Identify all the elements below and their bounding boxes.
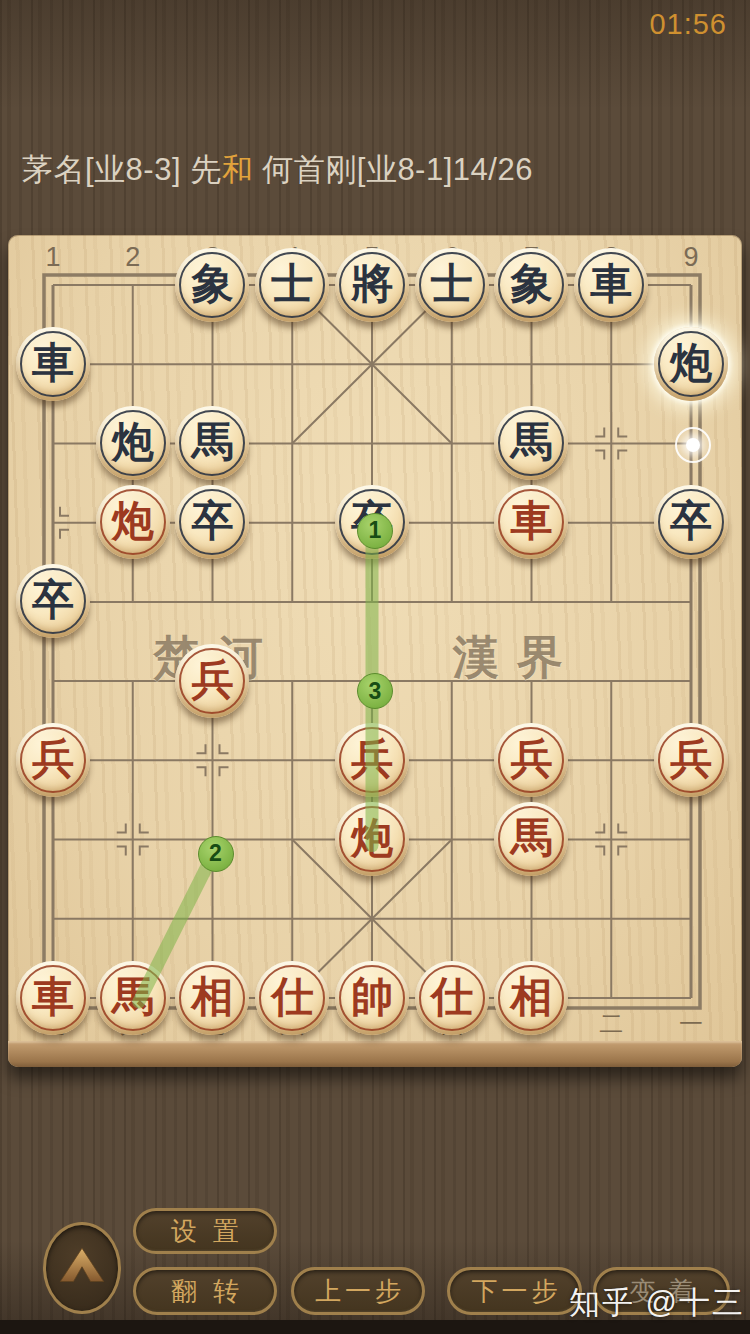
piece-glyph: 車 xyxy=(590,256,632,312)
timer: 01:56 xyxy=(649,8,727,41)
piece-red-兵[interactable]: 兵 xyxy=(16,723,90,797)
piece-glyph: 炮 xyxy=(112,493,154,549)
piece-red-兵[interactable]: 兵 xyxy=(335,723,409,797)
piece-red-車[interactable]: 車 xyxy=(494,485,568,559)
piece-glyph: 馬 xyxy=(191,414,233,470)
piece-red-仕[interactable]: 仕 xyxy=(255,961,329,1035)
piece-glyph: 卒 xyxy=(670,493,712,549)
piece-glyph: 炮 xyxy=(670,335,712,391)
piece-glyph: 兵 xyxy=(191,652,233,708)
piece-glyph: 馬 xyxy=(510,414,552,470)
piece-glyph: 士 xyxy=(271,256,313,312)
piece-black-馬[interactable]: 馬 xyxy=(494,406,568,480)
piece-black-車[interactable]: 車 xyxy=(16,327,90,401)
piece-black-將[interactable]: 將 xyxy=(335,248,409,322)
move-number-badge: 2 xyxy=(198,836,234,872)
piece-glyph: 象 xyxy=(510,256,552,312)
piece-black-卒[interactable]: 卒 xyxy=(654,485,728,559)
piece-black-士[interactable]: 士 xyxy=(255,248,329,322)
chevron-up-icon xyxy=(51,1235,113,1301)
watermark: 知乎 @十三 xyxy=(569,1282,745,1324)
piece-red-馬[interactable]: 馬 xyxy=(96,961,170,1035)
piece-glyph: 仕 xyxy=(431,969,473,1025)
collapse-panel-button[interactable] xyxy=(43,1222,121,1314)
piece-red-炮[interactable]: 炮 xyxy=(335,802,409,876)
piece-glyph: 士 xyxy=(431,256,473,312)
piece-red-兵[interactable]: 兵 xyxy=(175,644,249,718)
piece-glyph: 炮 xyxy=(351,810,393,866)
next-move-button[interactable]: 下一步 xyxy=(447,1267,582,1315)
piece-red-車[interactable]: 車 xyxy=(16,961,90,1035)
piece-red-兵[interactable]: 兵 xyxy=(654,723,728,797)
previous-move-button[interactable]: 上一步 xyxy=(291,1267,425,1315)
piece-black-卒[interactable]: 卒 xyxy=(16,564,90,638)
piece-glyph: 車 xyxy=(32,969,74,1025)
match-info-left: 茅名[业8-3] 先 xyxy=(22,152,222,187)
piece-black-卒[interactable]: 卒 xyxy=(175,485,249,559)
piece-black-炮[interactable]: 炮 xyxy=(96,406,170,480)
piece-glyph: 馬 xyxy=(112,969,154,1025)
match-result: 和 xyxy=(222,152,254,187)
piece-black-馬[interactable]: 馬 xyxy=(175,406,249,480)
piece-glyph: 兵 xyxy=(351,731,393,787)
piece-red-相[interactable]: 相 xyxy=(175,961,249,1035)
piece-black-車[interactable]: 車 xyxy=(574,248,648,322)
settings-button[interactable]: 设置 xyxy=(133,1208,277,1254)
move-number-badge: 3 xyxy=(357,673,393,709)
xiangqi-app-screen: 01:56 茅名[业8-3] 先和 何首刚[业8-1]14/26 1234567… xyxy=(0,0,750,1334)
piece-glyph: 兵 xyxy=(32,731,74,787)
piece-glyph: 象 xyxy=(191,256,233,312)
piece-black-象[interactable]: 象 xyxy=(175,248,249,322)
match-info: 茅名[业8-3] 先和 何首刚[业8-1]14/26 xyxy=(22,150,533,190)
piece-glyph: 將 xyxy=(351,256,393,312)
move-counter: 14/26 xyxy=(453,152,533,187)
piece-glyph: 馬 xyxy=(510,810,552,866)
piece-glyph: 相 xyxy=(510,969,552,1025)
piece-red-炮[interactable]: 炮 xyxy=(96,485,170,559)
piece-glyph: 仕 xyxy=(271,969,313,1025)
piece-black-士[interactable]: 士 xyxy=(415,248,489,322)
piece-red-馬[interactable]: 馬 xyxy=(494,802,568,876)
move-number-badge: 1 xyxy=(357,513,393,549)
piece-glyph: 車 xyxy=(32,335,74,391)
piece-black-象[interactable]: 象 xyxy=(494,248,568,322)
flip-board-button[interactable]: 翻转 xyxy=(133,1267,277,1315)
piece-glyph: 炮 xyxy=(112,414,154,470)
piece-red-兵[interactable]: 兵 xyxy=(494,723,568,797)
piece-glyph: 卒 xyxy=(191,493,233,549)
piece-glyph: 相 xyxy=(191,969,233,1025)
piece-glyph: 兵 xyxy=(510,731,552,787)
piece-glyph: 帥 xyxy=(351,969,393,1025)
piece-glyph: 卒 xyxy=(32,572,74,628)
piece-red-相[interactable]: 相 xyxy=(494,961,568,1035)
xiangqi-board[interactable]: 123456789九八七六五四三二一 楚河漢界 象士將士象車車炮炮馬馬炮卒卒車卒… xyxy=(8,235,742,1067)
piece-black-炮[interactable]: 炮 xyxy=(654,327,728,401)
pieces-grid: 象士將士象車車炮炮馬馬炮卒卒車卒卒兵兵兵兵兵炮馬車馬相仕帥仕相 xyxy=(13,245,731,1037)
piece-red-帥[interactable]: 帥 xyxy=(335,961,409,1035)
piece-glyph: 兵 xyxy=(670,731,712,787)
match-info-right: 何首刚[业8-1] xyxy=(253,152,453,187)
piece-red-仕[interactable]: 仕 xyxy=(415,961,489,1035)
piece-glyph: 車 xyxy=(510,493,552,549)
